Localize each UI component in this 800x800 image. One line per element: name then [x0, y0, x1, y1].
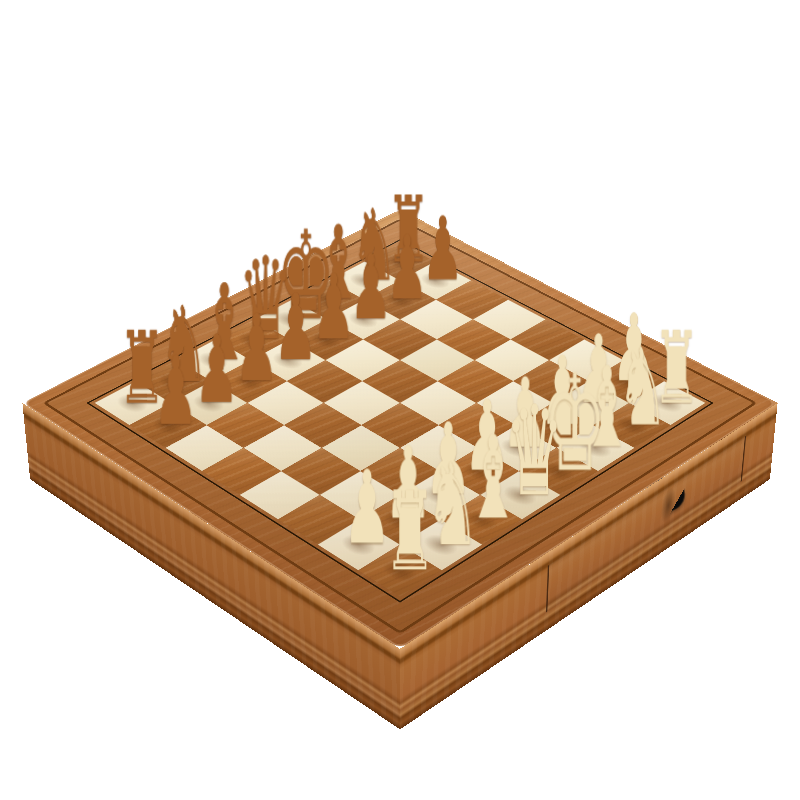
white-rook-glyph: ♜: [384, 477, 416, 586]
white-pawn-glyph: ♟: [343, 458, 374, 559]
black-pawn-glyph: ♟: [153, 344, 183, 439]
chess-box: ♜♞♝♛♚♝♞♜♟♟♟♟♟♟♟♟♟♟♟♟♟♟♟♟♜♞♝♛♚♝♞♜: [22, 209, 777, 648]
product-photo-stage: ♜♞♝♛♚♝♞♜♟♟♟♟♟♟♟♟♟♟♟♟♟♟♟♟♜♞♝♛♚♝♞♜: [0, 0, 800, 800]
black-rook-glyph: ♜: [118, 318, 147, 418]
box-top: ♜♞♝♛♚♝♞♜♟♟♟♟♟♟♟♟♟♟♟♟♟♟♟♟♜♞♝♛♚♝♞♜: [22, 209, 777, 648]
black-pawn-glyph: ♟: [195, 323, 224, 417]
